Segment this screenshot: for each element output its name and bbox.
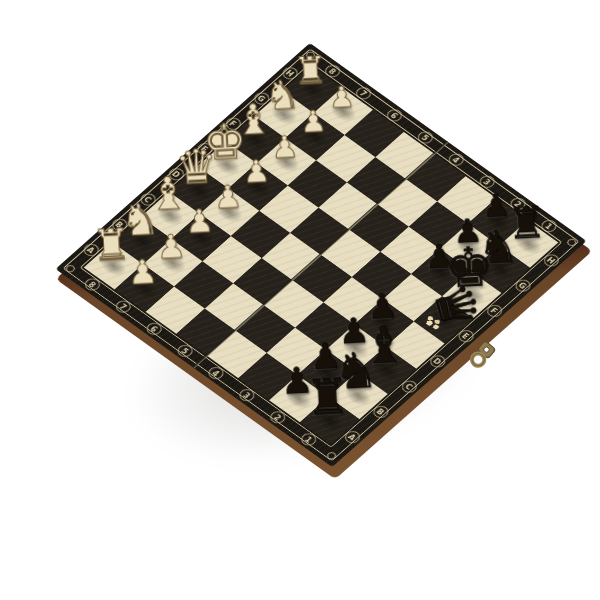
piece-white-pawn: ♟	[213, 181, 243, 214]
white-pawn-icon: ♟	[242, 156, 271, 188]
square-a6	[146, 286, 205, 333]
white-pawn-icon: ♟	[213, 181, 243, 214]
white-pawn-icon: ♟	[127, 255, 158, 290]
board-squares: ♜♟♟♜♞♟♟♞♝♟♟♚♚♟♛♛♟♟♝♟♟♝♞♟♟♞♜♟♟♜	[84, 66, 559, 445]
chess-board: ♜♟♟♜♞♟♟♞♝♟♟♚♚♟♛♛♟♟♝♟♟♝♞♟♟♞♜♟♟♜ 876543218…	[55, 43, 586, 467]
brass-latch-icon	[462, 341, 510, 379]
piece-white-pawn: ♟	[271, 132, 299, 163]
piece-white-pawn: ♟	[156, 230, 187, 264]
white-pawn-icon: ♟	[156, 230, 187, 264]
piece-black-rook: ♜	[304, 372, 350, 423]
piece-white-pawn: ♟	[328, 82, 355, 112]
white-rook-icon: ♜	[91, 223, 132, 268]
chess-board-wrap: ♜♟♟♜♞♟♟♞♝♟♟♚♚♟♛♛♟♟♝♟♟♝♞♟♟♞♜♟♟♜ 876543218…	[133, 67, 509, 443]
white-pawn-icon: ♟	[185, 205, 215, 238]
square-d5	[262, 233, 321, 280]
piece-white-pawn: ♟	[127, 255, 158, 290]
piece-white-pawn: ♟	[185, 205, 215, 238]
white-pawn-icon: ♟	[328, 82, 355, 112]
black-rook-icon: ♜	[304, 372, 350, 423]
border-corner-circle	[64, 263, 77, 273]
piece-white-rook: ♜	[91, 223, 132, 268]
border-corner-circle	[565, 237, 578, 247]
white-pawn-icon: ♟	[299, 107, 327, 138]
white-pawn-icon: ♟	[271, 132, 299, 163]
product-photo: ♜♟♟♜♞♟♟♞♝♟♟♚♚♟♛♛♟♟♝♟♟♝♞♟♟♞♜♟♟♜ 876543218…	[0, 0, 600, 600]
piece-black-queen: ♛	[416, 267, 466, 322]
piece-white-pawn: ♟	[242, 156, 271, 188]
piece-white-pawn: ♟	[299, 107, 327, 138]
border-corner-circle	[325, 450, 338, 460]
